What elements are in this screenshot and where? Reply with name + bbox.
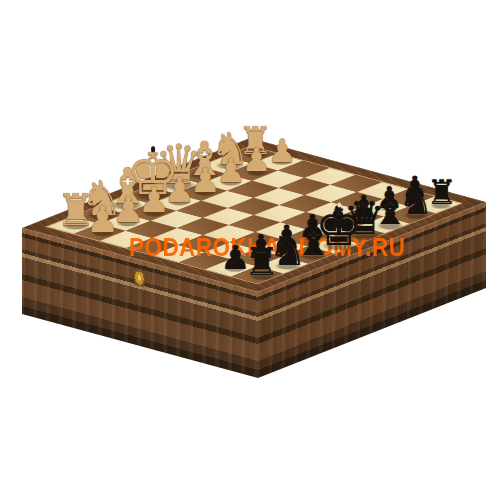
piece-black-rook[interactable]: ♜ bbox=[245, 243, 280, 281]
piece-white-pawn[interactable]: ♟ bbox=[242, 144, 271, 177]
piece-white-pawn[interactable]: ♟ bbox=[268, 134, 297, 166]
chess-box-scene: ♜♞♝♛♚♝♞♜♟♟♟♟♟♟♟♟♟♟♟♟♟♟♟♟♜♞♝♛♚♝♞♜ PODAROK… bbox=[0, 0, 500, 500]
piece-white-pawn[interactable]: ♟ bbox=[86, 202, 119, 238]
brass-clasp-icon bbox=[134, 270, 145, 286]
